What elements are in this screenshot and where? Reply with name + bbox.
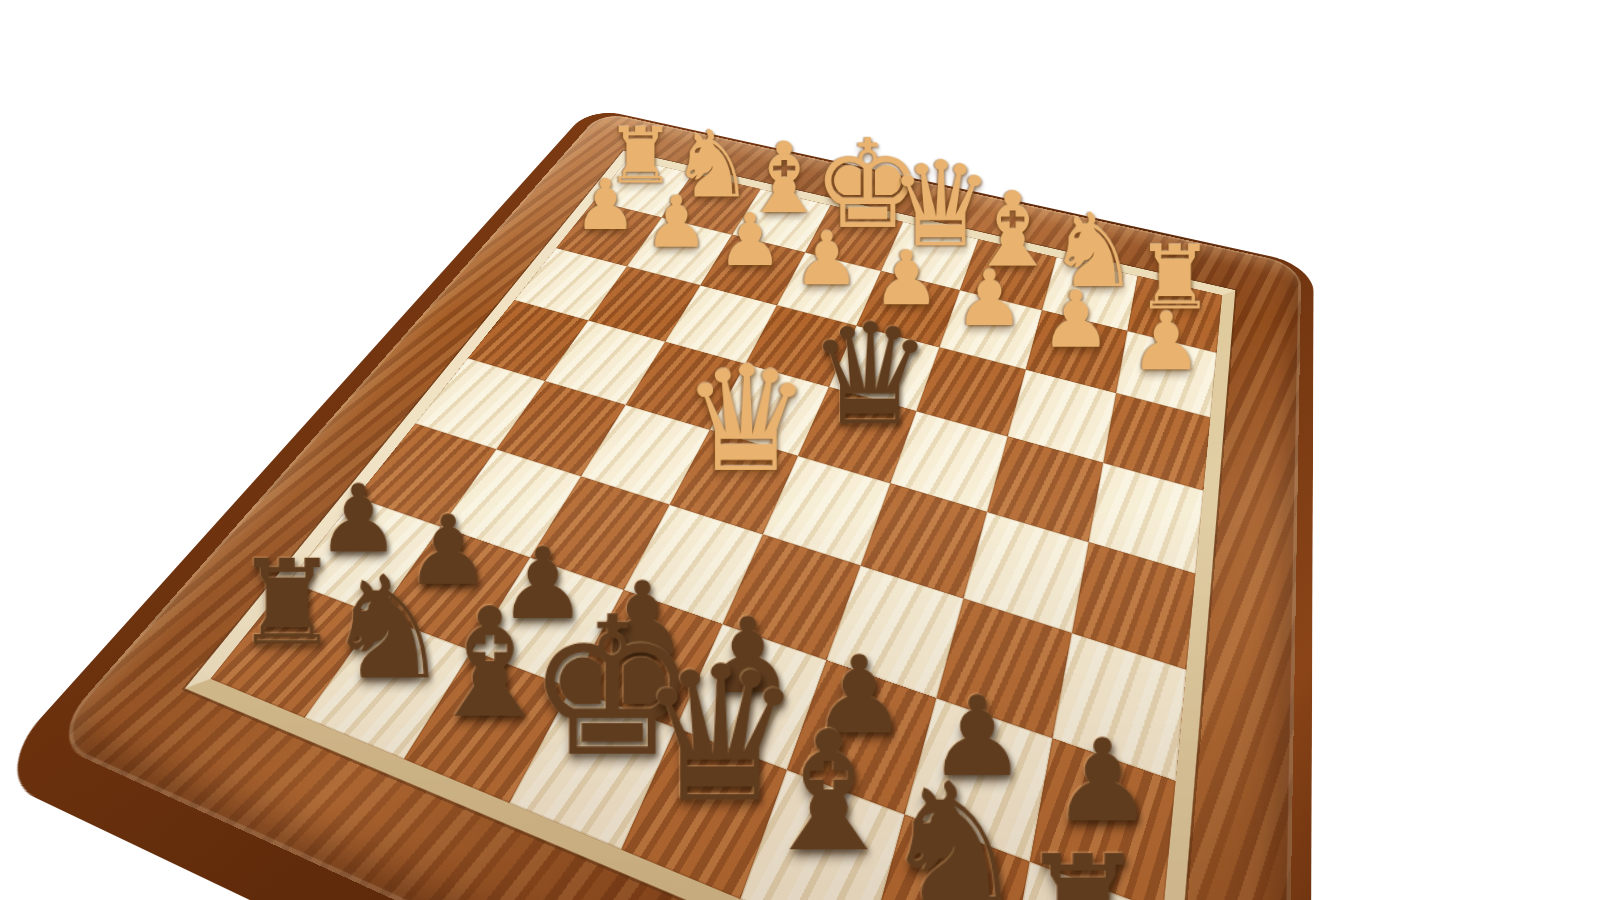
white-pawn-h2[interactable]: ♟ — [567, 172, 645, 238]
black-bishop-c8[interactable]: ♝ — [754, 714, 885, 872]
square-a8[interactable]: ♜ — [1003, 862, 1163, 900]
black-queen-d8[interactable]: ♛ — [637, 646, 764, 824]
white-pawn-b2[interactable]: ♟ — [1032, 283, 1120, 358]
board-border-strip: ♜♞♝♚♛♝♞♜♟♟♟♟♟♟♟♟♛♛♟♟♟♟♟♟♟♟♜♞♝♚♛♝♞♜ — [185, 151, 1235, 900]
black-king-e8[interactable]: ♚ — [526, 597, 649, 779]
black-queen-d4[interactable]: ♛ — [807, 308, 902, 441]
board-grid: ♜♞♝♚♛♝♞♜♟♟♟♟♟♟♟♟♛♛♟♟♟♟♟♟♟♟♜♞♝♚♛♝♞♜ — [211, 159, 1222, 900]
white-pawn-a2[interactable]: ♟ — [1121, 304, 1211, 380]
white-pawn-g2[interactable]: ♟ — [637, 189, 716, 257]
chessboard: ♜♞♝♚♛♝♞♜♟♟♟♟♟♟♟♟♛♛♟♟♟♟♟♟♟♟♜♞♝♚♛♝♞♜ — [47, 112, 1302, 900]
white-pawn-f2[interactable]: ♟ — [710, 206, 791, 275]
white-queen-e5[interactable]: ♛ — [681, 350, 780, 489]
black-rook-a8[interactable]: ♜ — [1013, 839, 1152, 900]
square-b5[interactable] — [964, 512, 1089, 633]
white-pawn-c2[interactable]: ♟ — [946, 262, 1032, 335]
black-knight-b8[interactable]: ♞ — [880, 765, 1015, 900]
white-pawn-e2[interactable]: ♟ — [785, 224, 868, 294]
square-b8[interactable]: ♞ — [867, 814, 1030, 900]
photo-scene: ♜♞♝♚♛♝♞♜♟♟♟♟♟♟♟♟♛♛♟♟♟♟♟♟♟♟♜♞♝♚♛♝♞♜ — [0, 0, 1600, 900]
black-bishop-f8[interactable]: ♝ — [422, 592, 541, 736]
black-pawn-a7[interactable]: ♟ — [1039, 727, 1167, 836]
square-c2[interactable]: ♟ — [939, 290, 1042, 369]
